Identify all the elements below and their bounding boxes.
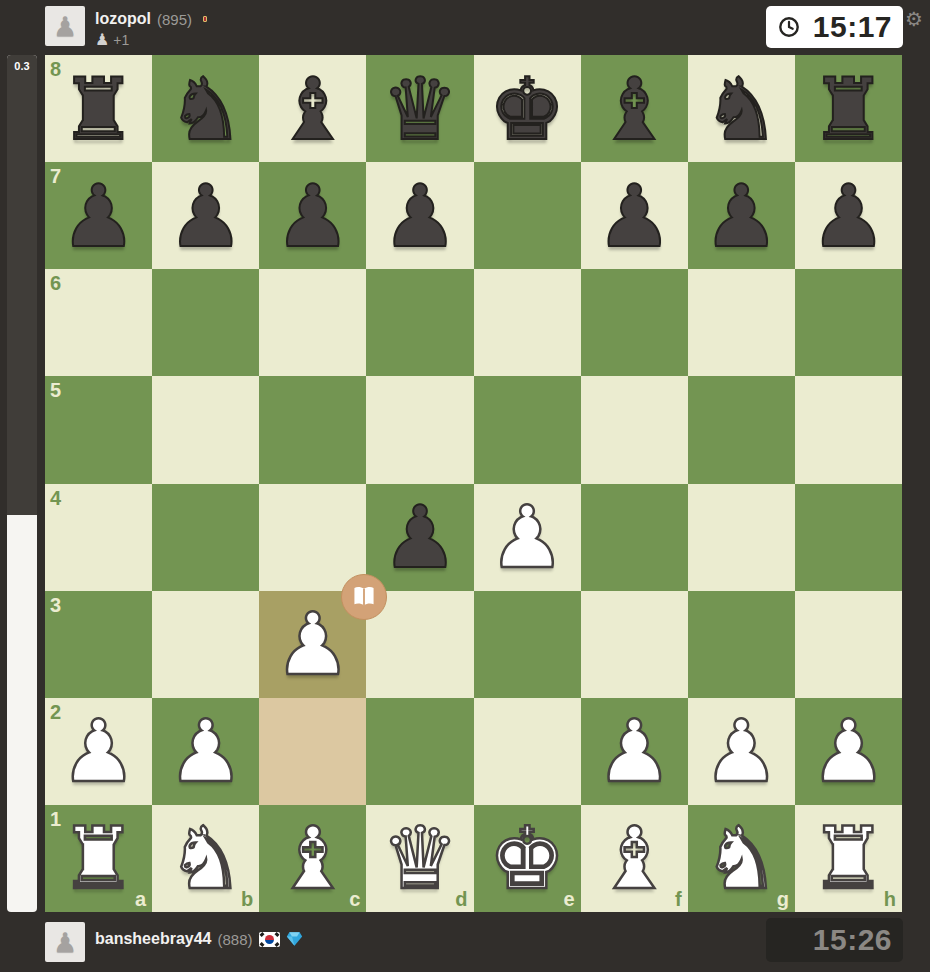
square-d1[interactable]: d♛: [366, 805, 473, 912]
top-player-rating: (895): [157, 11, 192, 28]
square-d7[interactable]: ♟: [366, 162, 473, 269]
square-g2[interactable]: ♟: [688, 698, 795, 805]
piece-white-pawn-a2[interactable]: ♟: [60, 708, 137, 794]
rank-label-1: 1: [50, 809, 61, 829]
avatar-pawn-icon: ♟: [53, 929, 77, 956]
captured-white-pawn-icon: ♟: [95, 32, 109, 48]
square-d8[interactable]: ♛: [366, 55, 473, 162]
square-e8[interactable]: ♚: [474, 55, 581, 162]
square-d5[interactable]: [366, 376, 473, 483]
square-g1[interactable]: g♞: [688, 805, 795, 912]
piece-white-king-e1[interactable]: ♚: [489, 815, 566, 901]
serbia-flag-icon: [198, 12, 219, 27]
piece-white-bishop-f1[interactable]: ♝: [596, 815, 673, 901]
piece-black-pawn-h7[interactable]: ♟: [810, 173, 887, 259]
square-g3[interactable]: [688, 591, 795, 698]
file-label-h: h: [884, 889, 896, 909]
piece-black-pawn-d7[interactable]: ♟: [381, 173, 458, 259]
piece-black-bishop-f8[interactable]: ♝: [596, 66, 673, 152]
evaluation-score: 0.3: [7, 55, 37, 72]
square-e7[interactable]: [474, 162, 581, 269]
square-e4[interactable]: ♟: [474, 484, 581, 591]
bottom-player-avatar[interactable]: ♟: [45, 922, 85, 962]
square-c6[interactable]: [259, 269, 366, 376]
piece-white-pawn-h2[interactable]: ♟: [810, 708, 887, 794]
rank-label-7: 7: [50, 166, 61, 186]
square-b6[interactable]: [152, 269, 259, 376]
square-h6[interactable]: [795, 269, 902, 376]
bottom-player-bar: ♟ bansheebray44 (888) 15:26: [0, 912, 930, 972]
top-player-captured-pieces: ♟ +1: [95, 32, 129, 48]
bottom-player-username[interactable]: bansheebray44: [95, 930, 212, 948]
square-g5[interactable]: [688, 376, 795, 483]
file-label-f: f: [675, 889, 682, 909]
bottom-player-clock: 15:26: [766, 918, 903, 962]
square-f7[interactable]: ♟: [581, 162, 688, 269]
piece-white-pawn-e4[interactable]: ♟: [489, 494, 566, 580]
square-c5[interactable]: [259, 376, 366, 483]
square-a5[interactable]: 5: [45, 376, 152, 483]
rank-label-8: 8: [50, 59, 61, 79]
square-g8[interactable]: ♞: [688, 55, 795, 162]
bottom-player-time: 15:26: [766, 923, 903, 957]
file-label-d: d: [455, 889, 467, 909]
chess-board: 8♜♞♝♛♚♝♞♜7♟♟♟♟♟♟♟654♟♟3♟2♟♟♟♟♟1a♜b♞c♝d♛e…: [45, 55, 902, 912]
square-e3[interactable]: [474, 591, 581, 698]
top-player-bar: ♟ lozopol (895) ♟ +1 15:17 ⚙: [0, 0, 930, 55]
piece-white-knight-b1[interactable]: ♞: [167, 815, 244, 901]
square-f3[interactable]: [581, 591, 688, 698]
piece-black-rook-a8[interactable]: ♜: [60, 66, 137, 152]
file-label-a: a: [135, 889, 146, 909]
square-c7[interactable]: ♟: [259, 162, 366, 269]
square-f8[interactable]: ♝: [581, 55, 688, 162]
square-f5[interactable]: [581, 376, 688, 483]
evaluation-bar-black-portion: 0.3: [7, 55, 37, 515]
square-g6[interactable]: [688, 269, 795, 376]
evaluation-bar: 0.3: [7, 55, 37, 912]
square-d2[interactable]: [366, 698, 473, 805]
piece-white-pawn-f2[interactable]: ♟: [596, 708, 673, 794]
piece-white-rook-a1[interactable]: ♜: [60, 815, 137, 901]
square-h7[interactable]: ♟: [795, 162, 902, 269]
opening-book-icon: [341, 574, 387, 620]
piece-black-bishop-c8[interactable]: ♝: [274, 66, 351, 152]
premium-diamond-icon: [286, 931, 303, 947]
square-h2[interactable]: ♟: [795, 698, 902, 805]
square-h8[interactable]: ♜: [795, 55, 902, 162]
piece-black-knight-b8[interactable]: ♞: [167, 66, 244, 152]
rank-label-2: 2: [50, 702, 61, 722]
square-f4[interactable]: [581, 484, 688, 591]
piece-black-king-e8[interactable]: ♚: [489, 66, 566, 152]
clock-icon: [778, 16, 800, 38]
top-player-avatar[interactable]: ♟: [45, 6, 85, 46]
file-label-c: c: [349, 889, 360, 909]
square-e1[interactable]: e♚: [474, 805, 581, 912]
rank-label-3: 3: [50, 595, 61, 615]
square-c8[interactable]: ♝: [259, 55, 366, 162]
piece-white-pawn-g2[interactable]: ♟: [703, 708, 780, 794]
piece-black-pawn-c7[interactable]: ♟: [274, 173, 351, 259]
square-b5[interactable]: [152, 376, 259, 483]
piece-white-rook-h1[interactable]: ♜: [810, 815, 887, 901]
square-c1[interactable]: c♝: [259, 805, 366, 912]
material-advantage-label: +1: [113, 32, 129, 48]
rank-label-4: 4: [50, 488, 61, 508]
square-a7[interactable]: 7♟: [45, 162, 152, 269]
file-label-b: b: [241, 889, 253, 909]
square-a2[interactable]: 2♟: [45, 698, 152, 805]
square-f2[interactable]: ♟: [581, 698, 688, 805]
square-h1[interactable]: h♜: [795, 805, 902, 912]
top-player-time: 15:17: [800, 10, 903, 44]
piece-black-queen-d8[interactable]: ♛: [381, 66, 458, 152]
file-label-e: e: [564, 889, 575, 909]
square-c2[interactable]: [259, 698, 366, 805]
top-player-username[interactable]: lozopol: [95, 10, 151, 28]
rank-label-5: 5: [50, 380, 61, 400]
square-b1[interactable]: b♞: [152, 805, 259, 912]
south-korea-flag-icon: [259, 932, 280, 947]
square-d4[interactable]: ♟: [366, 484, 473, 591]
square-a6[interactable]: 6: [45, 269, 152, 376]
piece-black-pawn-a7[interactable]: ♟: [60, 173, 137, 259]
avatar-pawn-icon: ♟: [53, 13, 77, 40]
square-b7[interactable]: ♟: [152, 162, 259, 269]
bottom-player-rating: (888): [218, 931, 253, 948]
square-b3[interactable]: [152, 591, 259, 698]
piece-black-pawn-f7[interactable]: ♟: [596, 173, 673, 259]
square-a3[interactable]: 3: [45, 591, 152, 698]
square-h3[interactable]: [795, 591, 902, 698]
square-e2[interactable]: [474, 698, 581, 805]
top-player-clock: 15:17: [766, 6, 903, 48]
square-b8[interactable]: ♞: [152, 55, 259, 162]
piece-white-bishop-c1[interactable]: ♝: [274, 815, 351, 901]
piece-white-knight-g1[interactable]: ♞: [703, 815, 780, 901]
piece-black-pawn-d4[interactable]: ♟: [381, 494, 458, 580]
square-a8[interactable]: 8♜: [45, 55, 152, 162]
piece-black-knight-g8[interactable]: ♞: [703, 66, 780, 152]
file-label-g: g: [777, 889, 789, 909]
square-e5[interactable]: [474, 376, 581, 483]
square-f6[interactable]: [581, 269, 688, 376]
square-h4[interactable]: [795, 484, 902, 591]
square-b2[interactable]: ♟: [152, 698, 259, 805]
square-d6[interactable]: [366, 269, 473, 376]
square-b4[interactable]: [152, 484, 259, 591]
square-a1[interactable]: 1a♜: [45, 805, 152, 912]
square-h5[interactable]: [795, 376, 902, 483]
settings-gear-icon[interactable]: ⚙: [905, 9, 923, 29]
piece-white-pawn-c3[interactable]: ♟: [274, 601, 351, 687]
piece-white-pawn-b2[interactable]: ♟: [167, 708, 244, 794]
piece-black-pawn-b7[interactable]: ♟: [167, 173, 244, 259]
piece-black-pawn-g7[interactable]: ♟: [703, 173, 780, 259]
square-a4[interactable]: 4: [45, 484, 152, 591]
rank-label-6: 6: [50, 273, 61, 293]
piece-black-rook-h8[interactable]: ♜: [810, 66, 887, 152]
square-e6[interactable]: [474, 269, 581, 376]
square-c4[interactable]: [259, 484, 366, 591]
square-g7[interactable]: ♟: [688, 162, 795, 269]
square-f1[interactable]: f♝: [581, 805, 688, 912]
square-g4[interactable]: [688, 484, 795, 591]
piece-white-queen-d1[interactable]: ♛: [381, 815, 458, 901]
